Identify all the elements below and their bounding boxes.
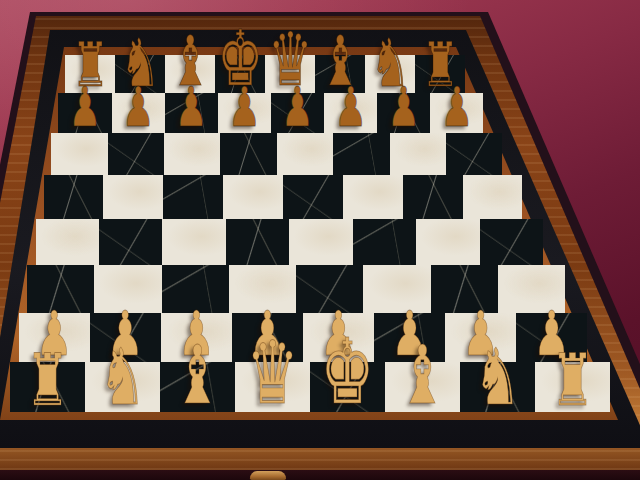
- square-c4[interactable]: [162, 219, 225, 265]
- square-d5[interactable]: [223, 175, 283, 219]
- square-f5[interactable]: [343, 175, 403, 219]
- piece-black-pawn[interactable]: ♟: [69, 81, 102, 136]
- piece-black-pawn[interactable]: ♟: [387, 81, 420, 136]
- rank-row-4: [36, 219, 544, 265]
- piece-white-queen[interactable]: ♛: [246, 330, 298, 417]
- piece-black-pawn[interactable]: ♟: [281, 81, 314, 136]
- piece-white-bishop[interactable]: ♝: [398, 335, 446, 416]
- chess-photo-stage: ♜♞♝♚♛♝♞♜♟♟♟♟♟♟♟♟♟♟♟♟♟♟♟♟♜♞♝♛♚♝♞♜: [0, 0, 640, 480]
- square-b5[interactable]: [103, 175, 163, 219]
- square-g4[interactable]: [416, 219, 479, 265]
- piece-white-rook[interactable]: ♜: [26, 344, 69, 416]
- square-a5[interactable]: [44, 175, 104, 219]
- square-e5[interactable]: [283, 175, 343, 219]
- square-h5[interactable]: [463, 175, 523, 219]
- piece-black-pawn[interactable]: ♟: [440, 81, 473, 136]
- piece-black-pawn[interactable]: ♟: [334, 81, 367, 136]
- piece-white-king[interactable]: ♚: [321, 327, 375, 417]
- square-b4[interactable]: [99, 219, 162, 265]
- case-shadow: [0, 470, 640, 480]
- rank-row-5: [44, 175, 523, 219]
- piece-black-pawn[interactable]: ♟: [228, 81, 261, 136]
- square-a4[interactable]: [36, 219, 99, 265]
- square-d4[interactable]: [226, 219, 289, 265]
- piece-black-pawn[interactable]: ♟: [122, 81, 155, 136]
- square-h4[interactable]: [480, 219, 543, 265]
- piece-white-knight[interactable]: ♞: [99, 338, 146, 416]
- square-c5[interactable]: [163, 175, 223, 219]
- drawer-knob[interactable]: [250, 471, 286, 480]
- piece-white-rook[interactable]: ♜: [551, 344, 594, 416]
- piece-white-knight[interactable]: ♞: [474, 338, 521, 416]
- square-e4[interactable]: [289, 219, 352, 265]
- square-f4[interactable]: [353, 219, 416, 265]
- piece-black-pawn[interactable]: ♟: [175, 81, 208, 136]
- piece-white-bishop[interactable]: ♝: [173, 335, 221, 416]
- square-g5[interactable]: [403, 175, 463, 219]
- rank-row-6: [51, 133, 502, 175]
